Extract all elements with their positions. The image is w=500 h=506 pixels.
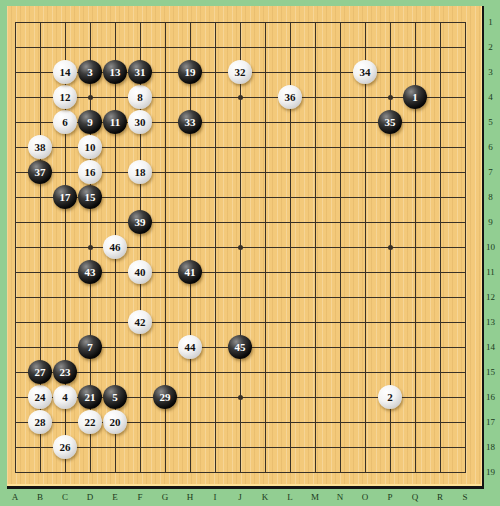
- coord-label-col-Q: Q: [408, 491, 422, 503]
- stone-white-4-C16[interactable]: 4: [53, 385, 77, 409]
- coord-label-col-O: O: [358, 491, 372, 503]
- coord-label-col-C: C: [58, 491, 72, 503]
- coord-label-row-19: 19: [484, 466, 497, 478]
- stone-black-43-D11[interactable]: 43: [78, 260, 102, 284]
- stone-black-35-P5[interactable]: 35: [378, 110, 402, 134]
- coord-label-row-14: 14: [484, 341, 497, 353]
- coord-label-col-L: L: [283, 491, 297, 503]
- coord-label-col-G: G: [158, 491, 172, 503]
- stone-black-29-G16[interactable]: 29: [153, 385, 177, 409]
- stone-black-45-J14[interactable]: 45: [228, 335, 252, 359]
- coord-label-col-H: H: [183, 491, 197, 503]
- coord-label-col-S: S: [458, 491, 472, 503]
- stone-black-1-Q4[interactable]: 1: [403, 85, 427, 109]
- coord-label-row-18: 18: [484, 441, 497, 453]
- coord-label-row-1: 1: [484, 16, 497, 28]
- coord-label-row-11: 11: [484, 266, 497, 278]
- stone-white-2-P16[interactable]: 2: [378, 385, 402, 409]
- coord-label-row-6: 6: [484, 141, 497, 153]
- stone-black-31-F3[interactable]: 31: [128, 60, 152, 84]
- star-point-D4: [88, 95, 93, 100]
- stone-black-3-D3[interactable]: 3: [78, 60, 102, 84]
- stone-white-8-F4[interactable]: 8: [128, 85, 152, 109]
- stone-black-37-B7[interactable]: 37: [28, 160, 52, 184]
- stone-black-15-D8[interactable]: 15: [78, 185, 102, 209]
- stone-black-23-C15[interactable]: 23: [53, 360, 77, 384]
- coord-label-col-I: I: [208, 491, 222, 503]
- stone-white-46-E10[interactable]: 46: [103, 235, 127, 259]
- stone-white-28-B17[interactable]: 28: [28, 410, 52, 434]
- stone-black-9-D5[interactable]: 9: [78, 110, 102, 134]
- stone-white-12-C4[interactable]: 12: [53, 85, 77, 109]
- coord-label-row-8: 8: [484, 191, 497, 203]
- stone-white-22-D17[interactable]: 22: [78, 410, 102, 434]
- stone-white-10-D6[interactable]: 10: [78, 135, 102, 159]
- coord-label-col-K: K: [258, 491, 272, 503]
- coord-label-row-10: 10: [484, 241, 497, 253]
- stone-white-42-F13[interactable]: 42: [128, 310, 152, 334]
- coord-label-col-D: D: [83, 491, 97, 503]
- stone-black-41-H11[interactable]: 41: [178, 260, 202, 284]
- coord-label-col-N: N: [333, 491, 347, 503]
- coord-label-row-13: 13: [484, 316, 497, 328]
- star-point-J10: [238, 245, 243, 250]
- stone-black-39-F9[interactable]: 39: [128, 210, 152, 234]
- go-board-frame: 1234567891011121314151617181920212223242…: [0, 0, 500, 506]
- star-point-D10: [88, 245, 93, 250]
- star-point-J16: [238, 395, 243, 400]
- coord-label-col-J: J: [233, 491, 247, 503]
- coord-label-col-R: R: [433, 491, 447, 503]
- coord-label-row-15: 15: [484, 366, 497, 378]
- stone-white-6-C5[interactable]: 6: [53, 110, 77, 134]
- stone-white-16-D7[interactable]: 16: [78, 160, 102, 184]
- stone-white-36-L4[interactable]: 36: [278, 85, 302, 109]
- stone-black-5-E16[interactable]: 5: [103, 385, 127, 409]
- stone-white-14-C3[interactable]: 14: [53, 60, 77, 84]
- coord-label-col-B: B: [33, 491, 47, 503]
- stone-white-40-F11[interactable]: 40: [128, 260, 152, 284]
- coord-label-row-7: 7: [484, 166, 497, 178]
- stone-white-32-J3[interactable]: 32: [228, 60, 252, 84]
- stone-black-17-C8[interactable]: 17: [53, 185, 77, 209]
- stone-black-21-D16[interactable]: 21: [78, 385, 102, 409]
- stone-white-26-C18[interactable]: 26: [53, 435, 77, 459]
- stone-white-18-F7[interactable]: 18: [128, 160, 152, 184]
- stone-white-44-H14[interactable]: 44: [178, 335, 202, 359]
- coord-label-row-16: 16: [484, 391, 497, 403]
- stone-black-7-D14[interactable]: 7: [78, 335, 102, 359]
- stone-white-34-O3[interactable]: 34: [353, 60, 377, 84]
- coord-label-col-A: A: [8, 491, 22, 503]
- coord-label-row-3: 3: [484, 66, 497, 78]
- star-point-P4: [388, 95, 393, 100]
- go-board[interactable]: 1234567891011121314151617181920212223242…: [7, 6, 484, 489]
- stone-black-11-E5[interactable]: 11: [103, 110, 127, 134]
- star-point-J4: [238, 95, 243, 100]
- coord-label-row-17: 17: [484, 416, 497, 428]
- coord-label-row-2: 2: [484, 41, 497, 53]
- coord-label-col-M: M: [308, 491, 322, 503]
- stone-black-13-E3[interactable]: 13: [103, 60, 127, 84]
- coord-label-col-F: F: [133, 491, 147, 503]
- stone-white-38-B6[interactable]: 38: [28, 135, 52, 159]
- coord-label-col-P: P: [383, 491, 397, 503]
- stone-black-33-H5[interactable]: 33: [178, 110, 202, 134]
- stone-white-24-B16[interactable]: 24: [28, 385, 52, 409]
- stone-black-19-H3[interactable]: 19: [178, 60, 202, 84]
- stone-white-30-F5[interactable]: 30: [128, 110, 152, 134]
- stone-white-20-E17[interactable]: 20: [103, 410, 127, 434]
- coord-label-col-E: E: [108, 491, 122, 503]
- coord-label-row-4: 4: [484, 91, 497, 103]
- coord-label-row-9: 9: [484, 216, 497, 228]
- stone-black-27-B15[interactable]: 27: [28, 360, 52, 384]
- coord-label-row-12: 12: [484, 291, 497, 303]
- coord-label-row-5: 5: [484, 116, 497, 128]
- star-point-P10: [388, 245, 393, 250]
